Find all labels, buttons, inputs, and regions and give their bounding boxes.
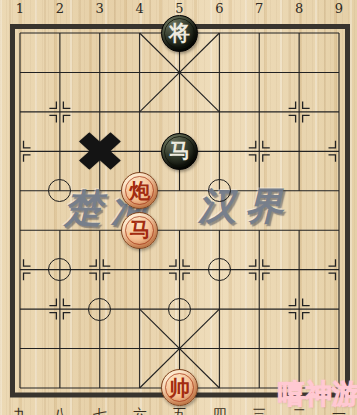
file-label-bottom-5: 五 <box>173 406 187 415</box>
move-hint-circle[interactable] <box>208 258 231 281</box>
piece-char: 炮 <box>129 177 150 205</box>
file-label-bottom-6: 四 <box>212 406 226 415</box>
file-label-top-8: 8 <box>295 1 303 16</box>
file-label-top-4: 4 <box>135 1 143 16</box>
file-label-top-2: 2 <box>56 1 64 16</box>
file-label-bottom-4: 六 <box>133 406 147 415</box>
file-label-top-7: 7 <box>255 1 263 16</box>
move-hint-circle[interactable] <box>88 298 111 321</box>
piece-char: 帅 <box>169 374 190 402</box>
piece-char: 马 <box>169 137 190 165</box>
file-label-bottom-2: 八 <box>53 406 67 415</box>
move-hint-circle[interactable] <box>168 298 191 321</box>
file-label-bottom-1: 九 <box>13 406 27 415</box>
cross-mark: ✖ <box>75 129 124 173</box>
board-grid <box>0 0 357 415</box>
piece-char: 将 <box>169 19 190 47</box>
piece-char: 马 <box>129 216 150 244</box>
piece-red-horse[interactable]: 马 <box>121 212 158 249</box>
file-label-top-3: 3 <box>96 1 104 16</box>
file-label-bottom-3: 七 <box>93 406 107 415</box>
watermark-brand: 嘻神游 <box>278 376 357 412</box>
file-label-top-9: 9 <box>335 1 343 16</box>
piece-black-general[interactable]: 将 <box>161 15 198 52</box>
xiangqi-board: 123456789 九八七六五四三二一 楚河 汉界 ✖ 将马炮马帅 嘻神游 <box>0 0 357 415</box>
file-label-top-6: 6 <box>215 1 223 16</box>
piece-black-horse[interactable]: 马 <box>161 133 198 170</box>
move-hint-circle[interactable] <box>208 179 231 202</box>
file-label-top-5: 5 <box>175 1 183 16</box>
file-label-bottom-7: 三 <box>252 406 266 415</box>
file-label-top-1: 1 <box>16 1 24 16</box>
